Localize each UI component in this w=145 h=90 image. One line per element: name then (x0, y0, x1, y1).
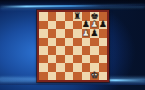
square-g5 (90, 38, 99, 47)
square-d5 (65, 38, 74, 47)
square-c3 (56, 55, 65, 64)
square-d2 (65, 63, 74, 72)
square-a6 (39, 29, 48, 38)
square-b1 (48, 72, 57, 81)
square-h5 (99, 38, 108, 47)
square-f2 (82, 63, 91, 72)
square-c8 (56, 12, 65, 21)
piece-bP-f7: ♟ (82, 20, 90, 29)
square-d6 (65, 29, 74, 38)
piece-wP-g7: ♟ (90, 20, 98, 29)
square-g3 (90, 55, 99, 64)
square-f3 (82, 55, 91, 64)
square-d7 (65, 21, 74, 30)
square-a2 (39, 63, 48, 72)
square-c2 (56, 63, 65, 72)
square-b7 (48, 21, 57, 30)
square-e2 (73, 63, 82, 72)
square-d4 (65, 46, 74, 55)
square-g4 (90, 46, 99, 55)
square-b3 (48, 55, 57, 64)
square-g6: ♟ (90, 29, 99, 38)
square-h8 (99, 12, 108, 21)
piece-bP-h7: ♟ (99, 20, 107, 29)
square-c7 (56, 21, 65, 30)
square-c6 (56, 29, 65, 38)
square-a3 (39, 55, 48, 64)
square-b8 (48, 12, 57, 21)
piece-wK-g1: ♚ (90, 71, 98, 80)
square-b6 (48, 29, 57, 38)
piece-bR-e8: ♜ (73, 11, 81, 20)
square-g2 (90, 63, 99, 72)
square-a5 (39, 38, 48, 47)
square-e3 (73, 55, 82, 64)
square-h4 (99, 46, 108, 55)
square-f1 (82, 72, 91, 81)
studio-background: ♜♚♟♟♟♟♟♚ (0, 0, 145, 90)
square-h7: ♟ (99, 21, 108, 30)
square-b4 (48, 46, 57, 55)
square-f6: ♟ (82, 29, 91, 38)
square-c1 (56, 72, 65, 81)
square-e1 (73, 72, 82, 81)
square-h6 (99, 29, 108, 38)
square-f8 (82, 12, 91, 21)
piece-wP-f6: ♟ (82, 28, 90, 37)
square-e5 (73, 38, 82, 47)
square-a8 (39, 12, 48, 21)
square-h1 (99, 72, 108, 81)
square-e8: ♜ (73, 12, 82, 21)
square-e6 (73, 29, 82, 38)
square-d3 (65, 55, 74, 64)
square-d8 (65, 12, 74, 21)
square-f5 (82, 38, 91, 47)
square-f7: ♟ (82, 21, 91, 30)
square-a1 (39, 72, 48, 81)
square-a7 (39, 21, 48, 30)
square-c5 (56, 38, 65, 47)
square-c4 (56, 46, 65, 55)
square-e4 (73, 46, 82, 55)
square-a4 (39, 46, 48, 55)
square-g7: ♟ (90, 21, 99, 30)
square-e7 (73, 21, 82, 30)
square-f4 (82, 46, 91, 55)
square-h3 (99, 55, 108, 64)
chess-board-grid: ♜♚♟♟♟♟♟♚ (39, 12, 107, 80)
square-b5 (48, 38, 57, 47)
square-g1: ♚ (90, 72, 99, 81)
piece-bP-g6: ♟ (90, 28, 98, 37)
square-d1 (65, 72, 74, 81)
chess-board: ♜♚♟♟♟♟♟♚ (37, 10, 109, 82)
square-g8: ♚ (90, 12, 99, 21)
square-b2 (48, 63, 57, 72)
piece-bK-g8: ♚ (90, 11, 98, 20)
square-h2 (99, 63, 108, 72)
